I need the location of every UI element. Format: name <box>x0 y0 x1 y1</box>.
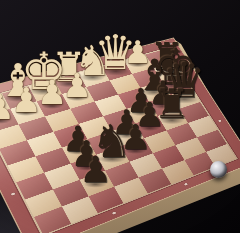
screw-dot <box>183 183 187 186</box>
screw-dot <box>111 211 115 214</box>
screw-dot <box>37 77 41 80</box>
board-grid <box>0 49 236 233</box>
screw-dot <box>168 42 172 44</box>
screw-dot <box>191 79 195 81</box>
clasp-knob <box>210 161 227 178</box>
screw-dot <box>10 192 15 195</box>
photo-canvas: ♟♝♚♜♞♛♟♟♟♟♟♜♝♚♟♟♛♟♟♟♜♟♞♟♟ <box>0 0 240 233</box>
chess-board <box>0 38 240 233</box>
screw-dot <box>217 119 221 122</box>
screw-dot <box>108 58 112 60</box>
